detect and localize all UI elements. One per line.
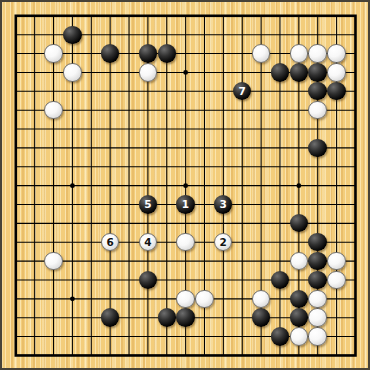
board-point-13-10[interactable] [233,176,252,195]
board-point-17-13[interactable] [308,233,327,252]
board-point-3-8[interactable] [44,138,63,157]
board-point-2-15[interactable] [25,270,44,289]
board-point-11-9[interactable] [195,157,214,176]
board-point-15-17[interactable] [270,308,289,327]
board-point-5-9[interactable] [82,157,101,176]
board-point-17-15[interactable] [308,270,327,289]
black-stone[interactable] [271,327,289,345]
board-point-11-17[interactable] [195,308,214,327]
board-point-2-2[interactable] [25,25,44,44]
board-point-7-17[interactable] [120,308,139,327]
board-point-17-3[interactable] [308,44,327,63]
board-point-9-19[interactable] [157,346,176,365]
board-point-1-2[interactable] [6,25,25,44]
board-point-12-8[interactable] [214,138,233,157]
board-point-15-7[interactable] [270,120,289,139]
board-point-13-8[interactable] [233,138,252,157]
board-point-9-11[interactable] [157,195,176,214]
board-point-11-7[interactable] [195,120,214,139]
white-stone[interactable] [176,233,194,251]
board-point-11-5[interactable] [195,82,214,101]
board-point-2-16[interactable] [25,289,44,308]
board-point-16-8[interactable] [289,138,308,157]
board-point-6-1[interactable] [101,6,120,25]
board-point-14-6[interactable] [252,101,271,120]
board-point-10-18[interactable] [176,327,195,346]
board-point-7-10[interactable] [120,176,139,195]
board-point-7-1[interactable] [120,6,139,25]
board-point-12-11[interactable]: 3 [214,195,233,214]
board-point-18-6[interactable] [327,101,346,120]
board-point-5-19[interactable] [82,346,101,365]
board-point-11-14[interactable] [195,252,214,271]
board-point-10-2[interactable] [176,25,195,44]
board-point-16-15[interactable] [289,270,308,289]
board-point-10-6[interactable] [176,101,195,120]
board-point-19-4[interactable] [346,63,365,82]
board-point-17-18[interactable] [308,327,327,346]
board-point-14-10[interactable] [252,176,271,195]
board-point-19-7[interactable] [346,120,365,139]
board-point-4-11[interactable] [63,195,82,214]
board-point-1-17[interactable] [6,308,25,327]
board-point-1-7[interactable] [6,120,25,139]
board-point-4-19[interactable] [63,346,82,365]
board-point-18-15[interactable] [327,270,346,289]
board-point-5-11[interactable] [82,195,101,214]
board-point-8-10[interactable] [138,176,157,195]
board-point-6-6[interactable] [101,101,120,120]
black-stone[interactable]: 1 [176,195,194,213]
board-point-2-1[interactable] [25,6,44,25]
white-stone[interactable] [252,290,270,308]
board-point-6-10[interactable] [101,176,120,195]
board-point-1-6[interactable] [6,101,25,120]
board-point-13-11[interactable] [233,195,252,214]
board-point-3-3[interactable] [44,44,63,63]
board-point-1-14[interactable] [6,252,25,271]
board-point-10-1[interactable] [176,6,195,25]
board-point-12-6[interactable] [214,101,233,120]
board-point-16-14[interactable] [289,252,308,271]
board-point-10-14[interactable] [176,252,195,271]
board-point-8-16[interactable] [138,289,157,308]
board-point-18-7[interactable] [327,120,346,139]
board-point-1-3[interactable] [6,44,25,63]
board-point-6-16[interactable] [101,289,120,308]
board-point-13-7[interactable] [233,120,252,139]
board-point-19-1[interactable] [346,6,365,25]
board-point-1-8[interactable] [6,138,25,157]
board-point-13-15[interactable] [233,270,252,289]
board-point-12-2[interactable] [214,25,233,44]
board-point-10-4[interactable] [176,63,195,82]
board-point-18-19[interactable] [327,346,346,365]
board-point-3-17[interactable] [44,308,63,327]
white-stone[interactable] [63,63,81,81]
board-point-11-11[interactable] [195,195,214,214]
board-point-3-5[interactable] [44,82,63,101]
board-point-19-5[interactable] [346,82,365,101]
board-point-8-3[interactable] [138,44,157,63]
board-point-2-12[interactable] [25,214,44,233]
board-point-3-6[interactable] [44,101,63,120]
board-point-2-4[interactable] [25,63,44,82]
board-point-15-13[interactable] [270,233,289,252]
white-stone[interactable] [290,252,308,270]
board-point-6-5[interactable] [101,82,120,101]
board-point-4-12[interactable] [63,214,82,233]
board-point-19-9[interactable] [346,157,365,176]
board-point-12-12[interactable] [214,214,233,233]
board-point-17-11[interactable] [308,195,327,214]
board-point-18-14[interactable] [327,252,346,271]
board-point-11-6[interactable] [195,101,214,120]
board-point-6-4[interactable] [101,63,120,82]
board-point-9-5[interactable] [157,82,176,101]
board-point-19-8[interactable] [346,138,365,157]
board-point-4-15[interactable] [63,270,82,289]
black-stone[interactable] [63,26,81,44]
board-point-2-10[interactable] [25,176,44,195]
board-point-7-2[interactable] [120,25,139,44]
board-point-8-6[interactable] [138,101,157,120]
black-stone[interactable]: 3 [214,195,232,213]
board-point-14-11[interactable] [252,195,271,214]
board-point-10-10[interactable] [176,176,195,195]
board-point-18-8[interactable] [327,138,346,157]
board-point-4-6[interactable] [63,101,82,120]
board-point-17-6[interactable] [308,101,327,120]
board-point-4-7[interactable] [63,120,82,139]
board-point-17-7[interactable] [308,120,327,139]
board-point-12-3[interactable] [214,44,233,63]
board-point-15-10[interactable] [270,176,289,195]
board-point-9-8[interactable] [157,138,176,157]
board-point-13-16[interactable] [233,289,252,308]
black-stone[interactable] [290,63,308,81]
board-point-8-11[interactable]: 5 [138,195,157,214]
board-point-12-1[interactable] [214,6,233,25]
board-point-17-2[interactable] [308,25,327,44]
board-point-5-17[interactable] [82,308,101,327]
board-point-14-1[interactable] [252,6,271,25]
board-point-3-15[interactable] [44,270,63,289]
board-point-9-15[interactable] [157,270,176,289]
board-point-10-13[interactable] [176,233,195,252]
board-point-4-14[interactable] [63,252,82,271]
board-point-9-14[interactable] [157,252,176,271]
board-point-12-17[interactable] [214,308,233,327]
board-point-16-3[interactable] [289,44,308,63]
board-point-12-19[interactable] [214,346,233,365]
white-stone[interactable] [44,44,62,62]
board-point-14-7[interactable] [252,120,271,139]
board-point-17-9[interactable] [308,157,327,176]
board-point-19-14[interactable] [346,252,365,271]
board-point-7-14[interactable] [120,252,139,271]
board-point-12-7[interactable] [214,120,233,139]
black-stone[interactable] [252,308,270,326]
board-point-4-3[interactable] [63,44,82,63]
board-point-7-7[interactable] [120,120,139,139]
black-stone[interactable] [308,271,326,289]
board-point-7-4[interactable] [120,63,139,82]
board-point-15-1[interactable] [270,6,289,25]
white-stone[interactable] [327,63,345,81]
board-point-9-2[interactable] [157,25,176,44]
board-point-3-13[interactable] [44,233,63,252]
board-point-13-14[interactable] [233,252,252,271]
board-point-9-16[interactable] [157,289,176,308]
board-point-15-18[interactable] [270,327,289,346]
board-point-11-4[interactable] [195,63,214,82]
board-point-15-8[interactable] [270,138,289,157]
board-point-2-8[interactable] [25,138,44,157]
black-stone[interactable] [139,271,157,289]
black-stone[interactable] [327,82,345,100]
board-point-3-11[interactable] [44,195,63,214]
board-point-16-19[interactable] [289,346,308,365]
board-point-16-18[interactable] [289,327,308,346]
board-point-18-5[interactable] [327,82,346,101]
board-point-6-3[interactable] [101,44,120,63]
board-point-3-9[interactable] [44,157,63,176]
board-point-14-15[interactable] [252,270,271,289]
board-point-6-17[interactable] [101,308,120,327]
board-point-18-17[interactable] [327,308,346,327]
board-point-19-3[interactable] [346,44,365,63]
board-point-14-18[interactable] [252,327,271,346]
white-stone[interactable] [308,101,326,119]
board-point-5-16[interactable] [82,289,101,308]
black-stone[interactable] [308,233,326,251]
board-point-12-14[interactable] [214,252,233,271]
board-point-9-3[interactable] [157,44,176,63]
white-stone[interactable] [327,44,345,62]
board-point-6-9[interactable] [101,157,120,176]
white-stone[interactable]: 4 [139,233,157,251]
board-point-11-15[interactable] [195,270,214,289]
board-point-19-6[interactable] [346,101,365,120]
board-point-18-13[interactable] [327,233,346,252]
board-point-3-7[interactable] [44,120,63,139]
board-point-2-3[interactable] [25,44,44,63]
board-point-6-7[interactable] [101,120,120,139]
board-point-16-6[interactable] [289,101,308,120]
white-stone[interactable] [195,290,213,308]
board-point-17-19[interactable] [308,346,327,365]
board-point-18-2[interactable] [327,25,346,44]
board-point-16-1[interactable] [289,6,308,25]
board-point-8-14[interactable] [138,252,157,271]
white-stone[interactable]: 6 [101,233,119,251]
board-point-4-1[interactable] [63,6,82,25]
board-point-12-5[interactable] [214,82,233,101]
board-point-19-19[interactable] [346,346,365,365]
board-point-14-9[interactable] [252,157,271,176]
board-point-8-2[interactable] [138,25,157,44]
board-point-5-3[interactable] [82,44,101,63]
board-point-11-8[interactable] [195,138,214,157]
board-point-8-7[interactable] [138,120,157,139]
board-point-6-12[interactable] [101,214,120,233]
board-point-3-10[interactable] [44,176,63,195]
black-stone[interactable] [158,44,176,62]
board-point-2-9[interactable] [25,157,44,176]
white-stone[interactable] [44,252,62,270]
board-point-6-14[interactable] [101,252,120,271]
board-point-6-2[interactable] [101,25,120,44]
board-point-12-16[interactable] [214,289,233,308]
board-point-1-11[interactable] [6,195,25,214]
board-point-12-13[interactable]: 2 [214,233,233,252]
board-point-1-10[interactable] [6,176,25,195]
board-point-4-8[interactable] [63,138,82,157]
board-point-11-3[interactable] [195,44,214,63]
board-point-9-18[interactable] [157,327,176,346]
board-point-6-18[interactable] [101,327,120,346]
board-point-17-8[interactable] [308,138,327,157]
board-point-19-15[interactable] [346,270,365,289]
board-point-14-5[interactable] [252,82,271,101]
board-point-3-16[interactable] [44,289,63,308]
black-stone[interactable] [139,44,157,62]
board-point-6-8[interactable] [101,138,120,157]
board-point-7-9[interactable] [120,157,139,176]
board-point-15-19[interactable] [270,346,289,365]
board-point-1-1[interactable] [6,6,25,25]
board-point-14-2[interactable] [252,25,271,44]
board-point-16-12[interactable] [289,214,308,233]
board-point-10-9[interactable] [176,157,195,176]
black-stone[interactable] [290,290,308,308]
board-point-13-13[interactable] [233,233,252,252]
board-point-18-9[interactable] [327,157,346,176]
board-point-16-5[interactable] [289,82,308,101]
board-point-16-13[interactable] [289,233,308,252]
board-point-5-14[interactable] [82,252,101,271]
board-point-5-2[interactable] [82,25,101,44]
black-stone[interactable] [308,63,326,81]
board-point-19-12[interactable] [346,214,365,233]
board-point-7-12[interactable] [120,214,139,233]
board-point-11-16[interactable] [195,289,214,308]
board-point-10-15[interactable] [176,270,195,289]
board-point-2-13[interactable] [25,233,44,252]
black-stone[interactable] [290,214,308,232]
board-point-1-18[interactable] [6,327,25,346]
board-point-3-1[interactable] [44,6,63,25]
board-point-10-5[interactable] [176,82,195,101]
board-point-19-17[interactable] [346,308,365,327]
board-point-1-5[interactable] [6,82,25,101]
board-point-15-16[interactable] [270,289,289,308]
board-point-4-10[interactable] [63,176,82,195]
board-point-8-15[interactable] [138,270,157,289]
board-point-3-19[interactable] [44,346,63,365]
board-point-10-7[interactable] [176,120,195,139]
board-point-12-10[interactable] [214,176,233,195]
board-point-2-6[interactable] [25,101,44,120]
white-stone[interactable] [290,327,308,345]
board-point-2-19[interactable] [25,346,44,365]
board-point-7-19[interactable] [120,346,139,365]
white-stone[interactable] [252,44,270,62]
board-point-8-8[interactable] [138,138,157,157]
board-point-18-3[interactable] [327,44,346,63]
board-point-11-10[interactable] [195,176,214,195]
board-point-11-18[interactable] [195,327,214,346]
board-point-5-13[interactable] [82,233,101,252]
board-point-15-6[interactable] [270,101,289,120]
board-point-15-3[interactable] [270,44,289,63]
board-point-16-10[interactable] [289,176,308,195]
board-point-1-4[interactable] [6,63,25,82]
board-point-11-12[interactable] [195,214,214,233]
board-point-9-7[interactable] [157,120,176,139]
board-point-5-4[interactable] [82,63,101,82]
board-point-11-13[interactable] [195,233,214,252]
board-point-2-11[interactable] [25,195,44,214]
board-point-8-13[interactable]: 4 [138,233,157,252]
white-stone[interactable] [327,271,345,289]
board-point-9-13[interactable] [157,233,176,252]
board-point-16-7[interactable] [289,120,308,139]
board-point-6-11[interactable] [101,195,120,214]
board-point-4-5[interactable] [63,82,82,101]
board-point-6-19[interactable] [101,346,120,365]
board-point-13-17[interactable] [233,308,252,327]
board-point-14-16[interactable] [252,289,271,308]
board-point-18-16[interactable] [327,289,346,308]
board-point-18-4[interactable] [327,63,346,82]
board-point-6-13[interactable]: 6 [101,233,120,252]
board-point-7-3[interactable] [120,44,139,63]
board-point-7-5[interactable] [120,82,139,101]
board-point-16-2[interactable] [289,25,308,44]
board-point-18-1[interactable] [327,6,346,25]
black-stone[interactable] [308,139,326,157]
board-point-8-9[interactable] [138,157,157,176]
white-stone[interactable] [308,44,326,62]
board-point-13-5[interactable]: 7 [233,82,252,101]
board-point-13-6[interactable] [233,101,252,120]
board-point-4-18[interactable] [63,327,82,346]
board-point-13-19[interactable] [233,346,252,365]
white-stone[interactable] [44,101,62,119]
board-point-3-12[interactable] [44,214,63,233]
board-point-17-14[interactable] [308,252,327,271]
board-point-5-10[interactable] [82,176,101,195]
board-point-9-10[interactable] [157,176,176,195]
board-point-15-4[interactable] [270,63,289,82]
board-point-13-12[interactable] [233,214,252,233]
board-point-14-8[interactable] [252,138,271,157]
board-point-8-18[interactable] [138,327,157,346]
black-stone[interactable] [271,271,289,289]
white-stone[interactable] [176,290,194,308]
board-point-7-18[interactable] [120,327,139,346]
board-point-12-9[interactable] [214,157,233,176]
black-stone[interactable] [271,63,289,81]
black-stone[interactable] [101,308,119,326]
board-point-8-5[interactable] [138,82,157,101]
board-point-2-14[interactable] [25,252,44,271]
board-point-13-18[interactable] [233,327,252,346]
board-point-14-12[interactable] [252,214,271,233]
board-point-4-13[interactable] [63,233,82,252]
